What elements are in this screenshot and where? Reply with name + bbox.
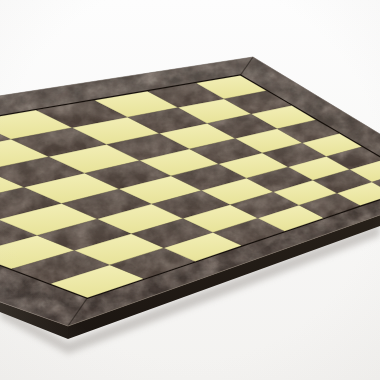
chessboard: [0, 0, 380, 380]
product-photo: [0, 0, 380, 380]
vignette: [0, 0, 380, 380]
chessboard-photo-svg: [0, 0, 380, 380]
